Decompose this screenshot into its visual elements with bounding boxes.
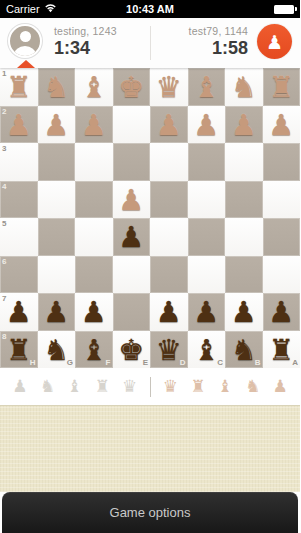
piece-black-pawn[interactable]: ♟ xyxy=(263,293,301,331)
piece-black-pawn[interactable]: ♟ xyxy=(150,293,188,331)
square-d4[interactable] xyxy=(150,181,188,219)
square-b8[interactable]: B♞ xyxy=(225,331,263,369)
square-c1[interactable]: ♝ xyxy=(188,68,226,106)
square-f5[interactable] xyxy=(75,218,113,256)
file-label: F xyxy=(106,359,111,367)
file-label: E xyxy=(143,359,148,367)
rank-label: 4 xyxy=(2,183,6,191)
player-right-name: test79, 1144 xyxy=(189,25,248,37)
square-a6[interactable] xyxy=(263,256,301,294)
opponent-pawn-button[interactable]: ♟ xyxy=(257,24,292,59)
piece-black-pawn[interactable]: ♟ xyxy=(75,293,113,331)
player-left-clock: 1:34 xyxy=(54,38,117,59)
square-e4[interactable]: ♟ xyxy=(113,181,151,219)
square-f6[interactable] xyxy=(75,256,113,294)
piece-white-pawn[interactable]: ♟ xyxy=(263,106,301,144)
rank-label: 7 xyxy=(2,295,6,303)
right-ghost-knight-icon: ♞ xyxy=(245,378,260,395)
battery-icon xyxy=(274,5,294,14)
square-e8[interactable]: E♚ xyxy=(113,331,151,369)
file-label: B xyxy=(255,359,261,367)
left-ghost-queen-icon: ♛ xyxy=(122,378,137,395)
square-a2[interactable]: ♟ xyxy=(263,106,301,144)
player-left: testing, 1243 1:34 xyxy=(54,25,117,59)
game-options-button[interactable]: Game options xyxy=(2,492,298,533)
square-b1[interactable]: ♞ xyxy=(225,68,263,106)
piece-white-pawn[interactable]: ♟ xyxy=(75,106,113,144)
file-label: D xyxy=(180,359,186,367)
right-ghost-bishop-icon: ♝ xyxy=(218,378,233,395)
square-f7[interactable]: ♟ xyxy=(75,293,113,331)
square-h1[interactable]: 1♜ xyxy=(0,68,38,106)
rank-label: 5 xyxy=(2,220,6,228)
square-a3[interactable] xyxy=(263,143,301,181)
square-g3[interactable] xyxy=(38,143,76,181)
game-options-label: Game options xyxy=(110,505,191,520)
square-d7[interactable]: ♟ xyxy=(150,293,188,331)
piece-white-pawn[interactable]: ♟ xyxy=(150,106,188,144)
square-c6[interactable] xyxy=(188,256,226,294)
header-divider xyxy=(150,26,151,60)
left-ghost-bishop-icon: ♝ xyxy=(67,378,82,395)
piece-black-pawn[interactable]: ♟ xyxy=(188,293,226,331)
square-h7[interactable]: 7♟ xyxy=(0,293,38,331)
rank-label: 6 xyxy=(2,258,6,266)
square-d2[interactable]: ♟ xyxy=(150,106,188,144)
file-label: A xyxy=(292,359,298,367)
file-label: H xyxy=(30,359,36,367)
square-h6[interactable]: 6 xyxy=(0,256,38,294)
square-c8[interactable]: C♝ xyxy=(188,331,226,369)
file-label: C xyxy=(217,359,223,367)
square-b3[interactable] xyxy=(225,143,263,181)
chess-board[interactable]: 1♜♞♝♚♛♝♞♜2♟♟♟♟♟♟♟34♟5♟67♟♟♟♟♟♟♟8H♜G♞F♝E♚… xyxy=(0,68,300,368)
square-h2[interactable]: 2♟ xyxy=(0,106,38,144)
pawn-icon: ♟ xyxy=(266,31,283,53)
square-d3[interactable] xyxy=(150,143,188,181)
clock-time: 10:43 AM xyxy=(0,3,300,15)
piece-white-pawn[interactable]: ♟ xyxy=(188,106,226,144)
player-right-clock: 1:58 xyxy=(189,38,248,59)
square-g7[interactable]: ♟ xyxy=(38,293,76,331)
right-ghost-rook-icon: ♜ xyxy=(190,378,205,395)
square-h8[interactable]: 8H♜ xyxy=(0,331,38,369)
square-d5[interactable] xyxy=(150,218,188,256)
square-g4[interactable] xyxy=(38,181,76,219)
left-ghost-knight-icon: ♞ xyxy=(40,378,55,395)
piece-white-bishop[interactable]: ♝ xyxy=(188,68,226,106)
square-g8[interactable]: G♞ xyxy=(38,331,76,369)
piece-white-knight[interactable]: ♞ xyxy=(38,68,76,106)
square-d1[interactable]: ♛ xyxy=(150,68,188,106)
piece-white-pawn[interactable]: ♟ xyxy=(38,106,76,144)
piece-black-pawn[interactable]: ♟ xyxy=(225,293,263,331)
piece-white-bishop[interactable]: ♝ xyxy=(75,68,113,106)
square-b2[interactable]: ♟ xyxy=(225,106,263,144)
square-c5[interactable] xyxy=(188,218,226,256)
piece-white-knight[interactable]: ♞ xyxy=(225,68,263,106)
rank-label: 8 xyxy=(2,333,6,341)
square-f3[interactable] xyxy=(75,143,113,181)
square-g2[interactable]: ♟ xyxy=(38,106,76,144)
square-d8[interactable]: D♛ xyxy=(150,331,188,369)
game-header: testing, 1243 1:34 test79, 1144 1:58 ♟ xyxy=(0,18,300,68)
square-a1[interactable]: ♜ xyxy=(263,68,301,106)
square-h4[interactable]: 4 xyxy=(0,181,38,219)
square-f1[interactable]: ♝ xyxy=(75,68,113,106)
file-label: G xyxy=(67,359,73,367)
square-a8[interactable]: A♜ xyxy=(263,331,301,369)
square-d6[interactable] xyxy=(150,256,188,294)
status-bar: Carrier 10:43 AM xyxy=(0,0,300,18)
square-g6[interactable] xyxy=(38,256,76,294)
square-h3[interactable]: 3 xyxy=(0,143,38,181)
square-c2[interactable]: ♟ xyxy=(188,106,226,144)
captured-pieces-tray: ♟♞♝♜♛ ♛♜♝♞♟ xyxy=(0,368,300,405)
square-e3[interactable] xyxy=(113,143,151,181)
piece-white-pawn[interactable]: ♟ xyxy=(225,106,263,144)
player-right: test79, 1144 1:58 xyxy=(189,25,248,59)
right-ghost-pawn-icon: ♟ xyxy=(273,378,288,395)
square-e6[interactable] xyxy=(113,256,151,294)
square-a4[interactable] xyxy=(263,181,301,219)
square-f2[interactable]: ♟ xyxy=(75,106,113,144)
square-e5[interactable]: ♟ xyxy=(113,218,151,256)
captured-tray-left: ♟♞♝♜♛ xyxy=(0,378,150,395)
square-f4[interactable] xyxy=(75,181,113,219)
piece-black-pawn[interactable]: ♟ xyxy=(113,218,151,256)
square-b7[interactable]: ♟ xyxy=(225,293,263,331)
turn-indicator-triangle xyxy=(17,60,35,68)
left-ghost-rook-icon: ♜ xyxy=(95,378,110,395)
square-b6[interactable] xyxy=(225,256,263,294)
notes-area xyxy=(0,405,300,492)
square-e7[interactable] xyxy=(113,293,151,331)
right-ghost-queen-icon: ♛ xyxy=(163,378,178,395)
square-b4[interactable] xyxy=(225,181,263,219)
square-g1[interactable]: ♞ xyxy=(38,68,76,106)
left-ghost-pawn-icon: ♟ xyxy=(12,378,27,395)
square-b5[interactable] xyxy=(225,218,263,256)
square-f8[interactable]: F♝ xyxy=(75,331,113,369)
square-a5[interactable] xyxy=(263,218,301,256)
rank-label: 1 xyxy=(2,70,6,78)
avatar[interactable] xyxy=(8,24,42,58)
square-h5[interactable]: 5 xyxy=(0,218,38,256)
piece-white-king[interactable]: ♚ xyxy=(113,68,151,106)
square-e1[interactable]: ♚ xyxy=(113,68,151,106)
piece-black-pawn[interactable]: ♟ xyxy=(38,293,76,331)
rank-label: 3 xyxy=(2,145,6,153)
square-g5[interactable] xyxy=(38,218,76,256)
piece-white-rook[interactable]: ♜ xyxy=(263,68,301,106)
player-left-name: testing, 1243 xyxy=(54,25,117,37)
piece-white-pawn[interactable]: ♟ xyxy=(113,181,151,219)
square-c7[interactable]: ♟ xyxy=(188,293,226,331)
captured-tray-right: ♛♜♝♞♟ xyxy=(151,378,301,395)
square-c3[interactable] xyxy=(188,143,226,181)
square-a7[interactable]: ♟ xyxy=(263,293,301,331)
piece-white-queen[interactable]: ♛ xyxy=(150,68,188,106)
square-c4[interactable] xyxy=(188,181,226,219)
square-e2[interactable] xyxy=(113,106,151,144)
rank-label: 2 xyxy=(2,108,6,116)
